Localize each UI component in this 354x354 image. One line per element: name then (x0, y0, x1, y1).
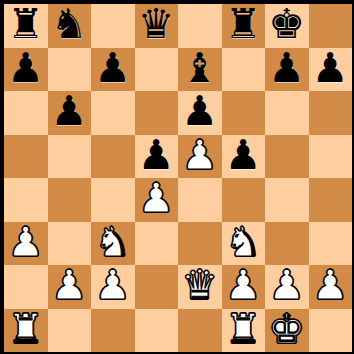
square-g6[interactable] (265, 91, 309, 135)
piece-white-pawn[interactable]: ♟ (138, 178, 175, 219)
square-e8[interactable] (178, 4, 222, 48)
square-g5[interactable] (265, 135, 309, 179)
square-b6[interactable]: ♟ (48, 91, 92, 135)
square-g8[interactable]: ♚ (265, 4, 309, 48)
piece-white-pawn[interactable]: ♟ (7, 222, 44, 263)
square-b3[interactable] (48, 222, 92, 266)
piece-black-pawn[interactable]: ♟ (7, 48, 44, 89)
square-f4[interactable] (222, 178, 266, 222)
square-b2[interactable]: ♟ (48, 265, 92, 309)
piece-white-pawn[interactable]: ♟ (181, 135, 218, 176)
square-f2[interactable]: ♟ (222, 265, 266, 309)
square-f8[interactable]: ♜ (222, 4, 266, 48)
square-g2[interactable]: ♟ (265, 265, 309, 309)
piece-white-pawn[interactable]: ♟ (312, 265, 349, 306)
piece-black-bishop[interactable]: ♝ (181, 48, 218, 89)
square-g3[interactable] (265, 222, 309, 266)
square-h3[interactable] (309, 222, 353, 266)
square-a3[interactable]: ♟ (4, 222, 48, 266)
piece-white-pawn[interactable]: ♟ (225, 265, 262, 306)
piece-black-queen[interactable]: ♛ (138, 4, 175, 45)
piece-white-pawn[interactable]: ♟ (51, 265, 88, 306)
square-a7[interactable]: ♟ (4, 48, 48, 92)
square-g7[interactable]: ♟ (265, 48, 309, 92)
square-h1[interactable] (309, 309, 353, 353)
square-e1[interactable] (178, 309, 222, 353)
piece-white-rook[interactable]: ♜ (7, 309, 44, 350)
square-h4[interactable] (309, 178, 353, 222)
piece-white-king[interactable]: ♚ (268, 309, 305, 350)
square-f6[interactable] (222, 91, 266, 135)
square-b7[interactable] (48, 48, 92, 92)
piece-black-pawn[interactable]: ♟ (138, 135, 175, 176)
square-e2[interactable]: ♛ (178, 265, 222, 309)
square-c8[interactable] (91, 4, 135, 48)
piece-black-knight[interactable]: ♞ (51, 4, 88, 45)
square-f5[interactable]: ♟ (222, 135, 266, 179)
square-f1[interactable]: ♜ (222, 309, 266, 353)
square-a4[interactable] (4, 178, 48, 222)
square-b5[interactable] (48, 135, 92, 179)
square-b8[interactable]: ♞ (48, 4, 92, 48)
square-d1[interactable] (135, 309, 179, 353)
piece-white-knight[interactable]: ♞ (94, 222, 131, 263)
square-d7[interactable] (135, 48, 179, 92)
square-g4[interactable] (265, 178, 309, 222)
square-d5[interactable]: ♟ (135, 135, 179, 179)
square-c3[interactable]: ♞ (91, 222, 135, 266)
square-c2[interactable]: ♟ (91, 265, 135, 309)
piece-black-rook[interactable]: ♜ (7, 4, 44, 45)
square-d8[interactable]: ♛ (135, 4, 179, 48)
square-e7[interactable]: ♝ (178, 48, 222, 92)
square-h5[interactable] (309, 135, 353, 179)
square-h2[interactable]: ♟ (309, 265, 353, 309)
square-e4[interactable] (178, 178, 222, 222)
piece-black-king[interactable]: ♚ (268, 4, 305, 45)
piece-black-pawn[interactable]: ♟ (181, 91, 218, 132)
square-c7[interactable]: ♟ (91, 48, 135, 92)
square-d3[interactable] (135, 222, 179, 266)
square-d6[interactable] (135, 91, 179, 135)
square-a6[interactable] (4, 91, 48, 135)
piece-black-pawn[interactable]: ♟ (94, 48, 131, 89)
chess-board-window: ♜♞♛♜♚♟♟♝♟♟♟♟♟♟♟♟♟♞♞♟♟♛♟♟♟♜♜♚ (0, 0, 354, 354)
square-h8[interactable] (309, 4, 353, 48)
piece-black-pawn[interactable]: ♟ (312, 48, 349, 89)
square-c4[interactable] (91, 178, 135, 222)
square-e5[interactable]: ♟ (178, 135, 222, 179)
square-c5[interactable] (91, 135, 135, 179)
square-a8[interactable]: ♜ (4, 4, 48, 48)
square-d2[interactable] (135, 265, 179, 309)
square-a2[interactable] (4, 265, 48, 309)
square-a5[interactable] (4, 135, 48, 179)
square-c1[interactable] (91, 309, 135, 353)
chess-board: ♜♞♛♜♚♟♟♝♟♟♟♟♟♟♟♟♟♞♞♟♟♛♟♟♟♜♜♚ (0, 0, 354, 354)
square-e6[interactable]: ♟ (178, 91, 222, 135)
piece-white-pawn[interactable]: ♟ (268, 265, 305, 306)
square-c6[interactable] (91, 91, 135, 135)
piece-white-knight[interactable]: ♞ (225, 222, 262, 263)
piece-black-pawn[interactable]: ♟ (51, 91, 88, 132)
piece-white-rook[interactable]: ♜ (225, 309, 262, 350)
square-a1[interactable]: ♜ (4, 309, 48, 353)
square-g1[interactable]: ♚ (265, 309, 309, 353)
square-h7[interactable]: ♟ (309, 48, 353, 92)
piece-black-pawn[interactable]: ♟ (225, 135, 262, 176)
square-h6[interactable] (309, 91, 353, 135)
piece-black-rook[interactable]: ♜ (225, 4, 262, 45)
piece-white-queen[interactable]: ♛ (181, 265, 218, 306)
square-e3[interactable] (178, 222, 222, 266)
square-b1[interactable] (48, 309, 92, 353)
square-f7[interactable] (222, 48, 266, 92)
square-d4[interactable]: ♟ (135, 178, 179, 222)
piece-white-pawn[interactable]: ♟ (94, 265, 131, 306)
square-b4[interactable] (48, 178, 92, 222)
square-f3[interactable]: ♞ (222, 222, 266, 266)
piece-black-pawn[interactable]: ♟ (268, 48, 305, 89)
